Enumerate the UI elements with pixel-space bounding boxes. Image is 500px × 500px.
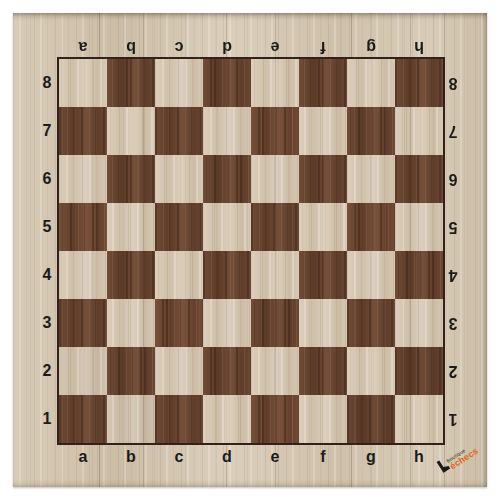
rank-label-right-4: 4 — [442, 251, 464, 299]
square-a4[interactable] — [59, 251, 107, 299]
file-label-bottom-a: a — [59, 446, 107, 468]
square-b6[interactable] — [107, 155, 155, 203]
file-label-top-a: a — [59, 36, 107, 58]
square-a1[interactable] — [59, 395, 107, 443]
square-f8[interactable] — [299, 59, 347, 107]
square-d2[interactable] — [203, 347, 251, 395]
square-h3[interactable] — [395, 299, 443, 347]
rank-label-left-4: 4 — [36, 251, 58, 299]
file-label-top-c: c — [155, 36, 203, 58]
square-h2[interactable] — [395, 347, 443, 395]
square-f5[interactable] — [299, 203, 347, 251]
rank-labels-left: 8 7 6 5 4 3 2 1 — [36, 59, 58, 443]
square-e5[interactable] — [251, 203, 299, 251]
square-e3[interactable] — [251, 299, 299, 347]
square-c3[interactable] — [155, 299, 203, 347]
rank-label-left-7: 7 — [36, 107, 58, 155]
square-e2[interactable] — [251, 347, 299, 395]
square-h5[interactable] — [395, 203, 443, 251]
rank-label-right-8: 8 — [442, 59, 464, 107]
square-a7[interactable] — [59, 107, 107, 155]
square-b4[interactable] — [107, 251, 155, 299]
file-label-bottom-d: d — [203, 446, 251, 468]
square-b1[interactable] — [107, 395, 155, 443]
square-d6[interactable] — [203, 155, 251, 203]
square-d4[interactable] — [203, 251, 251, 299]
square-b7[interactable] — [107, 107, 155, 155]
square-e1[interactable] — [251, 395, 299, 443]
rank-label-left-5: 5 — [36, 203, 58, 251]
square-a8[interactable] — [59, 59, 107, 107]
square-h4[interactable] — [395, 251, 443, 299]
square-e6[interactable] — [251, 155, 299, 203]
square-g1[interactable] — [347, 395, 395, 443]
square-f2[interactable] — [299, 347, 347, 395]
square-h1[interactable] — [395, 395, 443, 443]
square-g5[interactable] — [347, 203, 395, 251]
square-h8[interactable] — [395, 59, 443, 107]
rank-label-left-3: 3 — [36, 299, 58, 347]
screenshot-root: a b c d e f g h a b c d e f g h 8 7 6 5 … — [0, 0, 500, 500]
file-label-top-f: f — [299, 36, 347, 58]
square-c6[interactable] — [155, 155, 203, 203]
rank-label-right-6: 6 — [442, 155, 464, 203]
square-c7[interactable] — [155, 107, 203, 155]
square-h7[interactable] — [395, 107, 443, 155]
square-b2[interactable] — [107, 347, 155, 395]
square-d8[interactable] — [203, 59, 251, 107]
file-label-bottom-b: b — [107, 446, 155, 468]
square-a6[interactable] — [59, 155, 107, 203]
rank-label-right-5: 5 — [442, 203, 464, 251]
square-f1[interactable] — [299, 395, 347, 443]
file-label-top-b: b — [107, 36, 155, 58]
square-g6[interactable] — [347, 155, 395, 203]
square-g8[interactable] — [347, 59, 395, 107]
square-c2[interactable] — [155, 347, 203, 395]
square-a3[interactable] — [59, 299, 107, 347]
square-c5[interactable] — [155, 203, 203, 251]
square-d1[interactable] — [203, 395, 251, 443]
rank-label-left-8: 8 — [36, 59, 58, 107]
file-label-bottom-e: e — [251, 446, 299, 468]
square-b3[interactable] — [107, 299, 155, 347]
square-f3[interactable] — [299, 299, 347, 347]
square-d3[interactable] — [203, 299, 251, 347]
square-a2[interactable] — [59, 347, 107, 395]
square-e7[interactable] — [251, 107, 299, 155]
rank-label-left-6: 6 — [36, 155, 58, 203]
file-label-top-d: d — [203, 36, 251, 58]
square-d7[interactable] — [203, 107, 251, 155]
rank-label-right-2: 2 — [442, 347, 464, 395]
square-b8[interactable] — [107, 59, 155, 107]
file-label-top-g: g — [347, 36, 395, 58]
square-g3[interactable] — [347, 299, 395, 347]
file-label-top-e: e — [251, 36, 299, 58]
rank-label-left-2: 2 — [36, 347, 58, 395]
square-c1[interactable] — [155, 395, 203, 443]
file-label-bottom-g: g — [347, 446, 395, 468]
square-c8[interactable] — [155, 59, 203, 107]
file-label-bottom-c: c — [155, 446, 203, 468]
square-b5[interactable] — [107, 203, 155, 251]
rank-label-right-7: 7 — [442, 107, 464, 155]
square-a5[interactable] — [59, 203, 107, 251]
square-f6[interactable] — [299, 155, 347, 203]
square-g2[interactable] — [347, 347, 395, 395]
rank-labels-right: 8 7 6 5 4 3 2 1 — [442, 59, 464, 443]
square-c4[interactable] — [155, 251, 203, 299]
square-f7[interactable] — [299, 107, 347, 155]
wooden-board: a b c d e f g h a b c d e f g h 8 7 6 5 … — [13, 13, 487, 487]
square-h6[interactable] — [395, 155, 443, 203]
brand-logo-text: Boutique échecs — [446, 442, 480, 471]
rank-label-left-1: 1 — [36, 395, 58, 443]
rank-label-right-3: 3 — [442, 299, 464, 347]
square-d5[interactable] — [203, 203, 251, 251]
file-label-top-h: h — [395, 36, 443, 58]
square-f4[interactable] — [299, 251, 347, 299]
file-label-bottom-f: f — [299, 446, 347, 468]
file-labels-bottom: a b c d e f g h — [59, 446, 443, 468]
square-g7[interactable] — [347, 107, 395, 155]
square-e8[interactable] — [251, 59, 299, 107]
square-e4[interactable] — [251, 251, 299, 299]
file-labels-top: a b c d e f g h — [59, 36, 443, 58]
square-g4[interactable] — [347, 251, 395, 299]
board-grid — [57, 57, 445, 445]
